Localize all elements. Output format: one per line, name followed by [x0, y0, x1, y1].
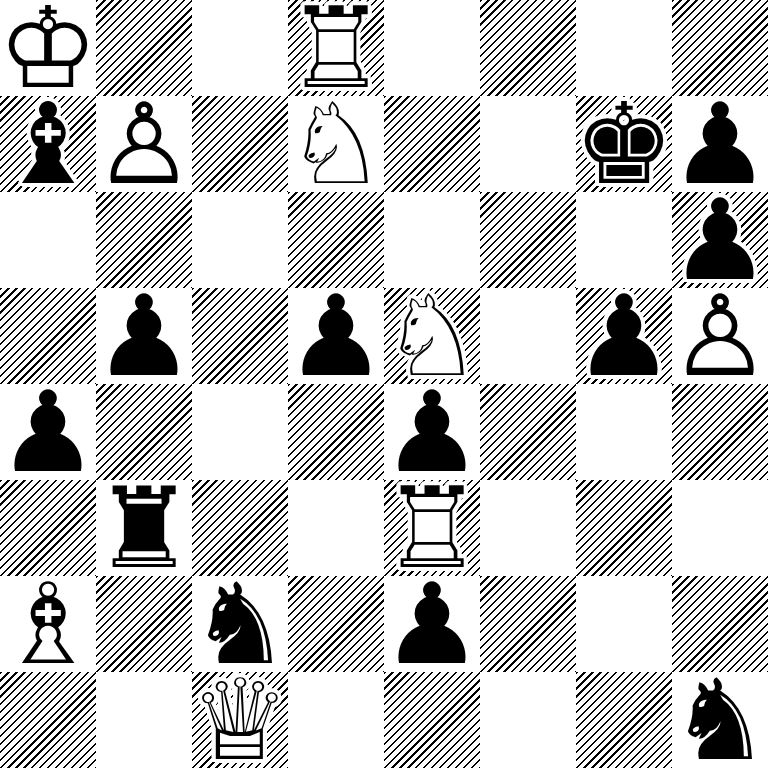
piece-halo: ♟ [672, 288, 768, 384]
piece-halo: ♞ [672, 672, 768, 768]
piece-wB-a2: ♗ [0, 576, 96, 672]
square-f7[interactable] [480, 96, 576, 192]
square-e1[interactable] [384, 672, 480, 768]
piece-halo: ♝ [0, 576, 96, 672]
square-f1[interactable] [480, 672, 576, 768]
square-d5[interactable]: ♟♟ [288, 288, 384, 384]
piece-bP-b5: ♟ [96, 288, 192, 384]
square-b1[interactable] [96, 672, 192, 768]
square-d8[interactable]: ♜♖ [288, 0, 384, 96]
square-b2[interactable] [96, 576, 192, 672]
piece-bP-h6: ♟ [672, 192, 768, 288]
square-e5[interactable]: ♞♘ [384, 288, 480, 384]
piece-bP-e2: ♟ [384, 576, 480, 672]
square-a1[interactable] [0, 672, 96, 768]
piece-bP-e4: ♟ [384, 384, 480, 480]
square-a6[interactable] [0, 192, 96, 288]
piece-wK-a8: ♔ [0, 0, 96, 96]
square-e7[interactable] [384, 96, 480, 192]
piece-halo: ♜ [384, 480, 480, 576]
square-h2[interactable] [672, 576, 768, 672]
square-b5[interactable]: ♟♟ [96, 288, 192, 384]
piece-halo: ♛ [192, 672, 288, 768]
piece-bN-c2: ♞ [192, 576, 288, 672]
square-f8[interactable] [480, 0, 576, 96]
square-c6[interactable] [192, 192, 288, 288]
piece-halo: ♟ [96, 96, 192, 192]
square-d3[interactable] [288, 480, 384, 576]
square-c3[interactable] [192, 480, 288, 576]
square-g3[interactable] [576, 480, 672, 576]
piece-wN-e5: ♘ [384, 288, 480, 384]
square-h6[interactable]: ♟♟ [672, 192, 768, 288]
square-d6[interactable] [288, 192, 384, 288]
piece-wP-h5: ♙ [672, 288, 768, 384]
square-d2[interactable] [288, 576, 384, 672]
piece-halo: ♜ [96, 480, 192, 576]
square-b3[interactable]: ♜♜ [96, 480, 192, 576]
square-e4[interactable]: ♟♟ [384, 384, 480, 480]
square-g7[interactable]: ♚♚ [576, 96, 672, 192]
piece-bP-g5: ♟ [576, 288, 672, 384]
square-d4[interactable] [288, 384, 384, 480]
square-d7[interactable]: ♞♘ [288, 96, 384, 192]
square-g1[interactable] [576, 672, 672, 768]
piece-bR-b3: ♜ [96, 480, 192, 576]
square-h8[interactable] [672, 0, 768, 96]
square-h7[interactable]: ♟♟ [672, 96, 768, 192]
piece-wR-e3: ♖ [384, 480, 480, 576]
square-d1[interactable] [288, 672, 384, 768]
square-f3[interactable] [480, 480, 576, 576]
square-a5[interactable] [0, 288, 96, 384]
square-c8[interactable] [192, 0, 288, 96]
square-a2[interactable]: ♝♗ [0, 576, 96, 672]
square-b7[interactable]: ♟♙ [96, 96, 192, 192]
square-f5[interactable] [480, 288, 576, 384]
square-h1[interactable]: ♞♞ [672, 672, 768, 768]
square-f2[interactable] [480, 576, 576, 672]
square-h5[interactable]: ♟♙ [672, 288, 768, 384]
square-c5[interactable] [192, 288, 288, 384]
piece-bP-d5: ♟ [288, 288, 384, 384]
piece-wR-d8: ♖ [288, 0, 384, 96]
piece-wP-b7: ♙ [96, 96, 192, 192]
square-f6[interactable] [480, 192, 576, 288]
piece-wQ-c1: ♕ [192, 672, 288, 768]
piece-halo: ♟ [576, 288, 672, 384]
square-a8[interactable]: ♚♔ [0, 0, 96, 96]
piece-halo: ♟ [384, 384, 480, 480]
piece-halo: ♚ [576, 96, 672, 192]
piece-bB-a7: ♝ [0, 96, 96, 192]
square-b6[interactable] [96, 192, 192, 288]
piece-halo: ♟ [288, 288, 384, 384]
piece-halo: ♟ [0, 384, 96, 480]
square-g5[interactable]: ♟♟ [576, 288, 672, 384]
square-e6[interactable] [384, 192, 480, 288]
square-e8[interactable] [384, 0, 480, 96]
square-g2[interactable] [576, 576, 672, 672]
piece-bP-h7: ♟ [672, 96, 768, 192]
square-e2[interactable]: ♟♟ [384, 576, 480, 672]
square-c4[interactable] [192, 384, 288, 480]
square-a7[interactable]: ♝♝ [0, 96, 96, 192]
piece-halo: ♞ [288, 96, 384, 192]
piece-bP-a4: ♟ [0, 384, 96, 480]
square-b4[interactable] [96, 384, 192, 480]
piece-bN-h1: ♞ [672, 672, 768, 768]
piece-halo: ♜ [288, 0, 384, 96]
square-f4[interactable] [480, 384, 576, 480]
piece-halo: ♞ [192, 576, 288, 672]
piece-halo: ♞ [384, 288, 480, 384]
square-c2[interactable]: ♞♞ [192, 576, 288, 672]
square-e3[interactable]: ♜♖ [384, 480, 480, 576]
square-g6[interactable] [576, 192, 672, 288]
piece-halo: ♟ [672, 96, 768, 192]
piece-halo: ♚ [0, 0, 96, 96]
square-h3[interactable] [672, 480, 768, 576]
piece-bK-g7: ♚ [576, 96, 672, 192]
square-c7[interactable] [192, 96, 288, 192]
piece-halo: ♟ [384, 576, 480, 672]
piece-halo: ♟ [96, 288, 192, 384]
square-c1[interactable]: ♛♕ [192, 672, 288, 768]
square-b8[interactable] [96, 0, 192, 96]
piece-halo: ♟ [672, 192, 768, 288]
square-a4[interactable]: ♟♟ [0, 384, 96, 480]
square-a3[interactable] [0, 480, 96, 576]
piece-halo: ♝ [0, 96, 96, 192]
square-g4[interactable] [576, 384, 672, 480]
chess-board: ♚♔♜♖♝♝♟♙♞♘♚♚♟♟♟♟♟♟♟♟♞♘♟♟♟♙♟♟♟♟♜♜♜♖♝♗♞♞♟♟… [0, 0, 768, 768]
square-h4[interactable] [672, 384, 768, 480]
square-g8[interactable] [576, 0, 672, 96]
piece-wN-d7: ♘ [288, 96, 384, 192]
